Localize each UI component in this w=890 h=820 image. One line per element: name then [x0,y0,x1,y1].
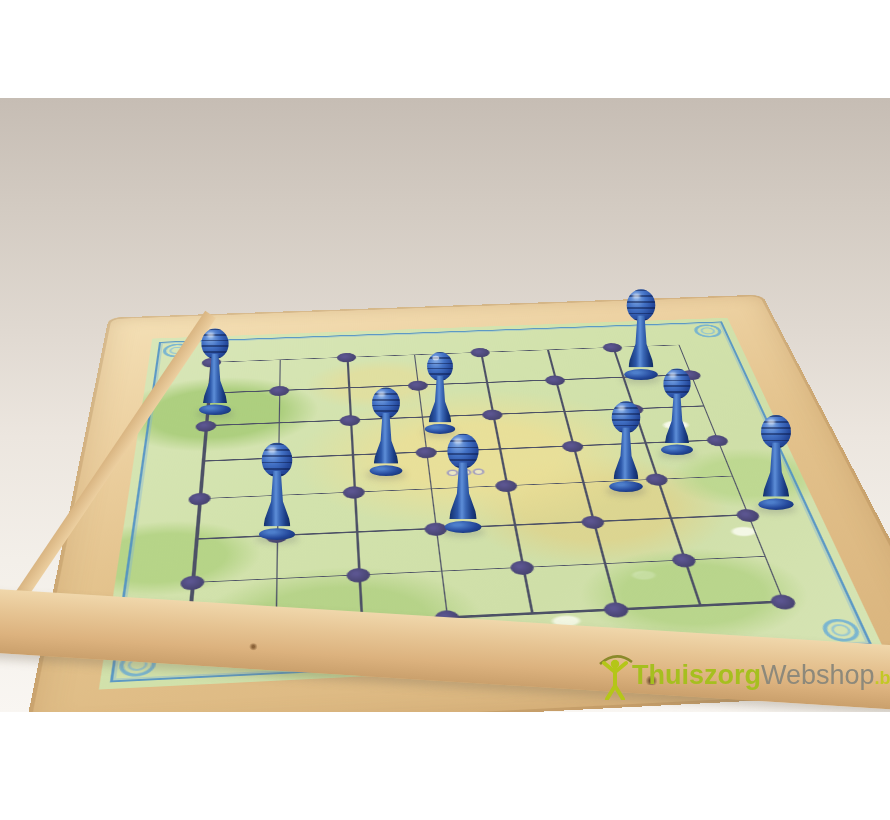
pawn-base [624,369,658,380]
intersection-dot [337,353,357,363]
blue-pawn-d2 [445,434,482,533]
pawn-body [203,353,227,403]
pawn-body [264,471,291,527]
blue-pawn-f8 [624,289,658,380]
white-border-top [0,0,890,98]
watermark-brand-secondary: Webshop [761,660,875,690]
intersection-dot [602,343,624,353]
thuiszorg-logo-icon [598,648,634,700]
pawn-body [665,393,689,443]
blue-pawn-a7 [199,329,231,415]
corner-emblem-icon [692,324,724,338]
intersection-dot [671,553,698,568]
intersection-dot [544,375,566,386]
intersection-dot [705,434,730,446]
blue-pawn-h4 [758,415,793,510]
watermark-brand-tld: .be [875,668,890,688]
intersection-dot [470,348,491,358]
pawn-base [609,481,643,492]
intersection-dot [768,594,798,610]
intersection-dot [188,493,211,506]
blue-pawn-b2 [259,443,295,540]
blue-pawn-f4 [609,401,643,492]
watermark-text: ThuiszorgWebshop.be [632,660,890,691]
pawn-base [259,528,295,540]
intersection-dot [269,385,289,396]
blue-pawn-g5 [661,369,693,455]
pawn-body [763,442,789,497]
pawn-base [425,424,455,434]
intersection-dot [340,415,361,427]
pawn-base [661,445,693,455]
intersection-dot [180,576,205,591]
intersection-dot [343,486,365,499]
intersection-dot [482,409,504,420]
pawn-base [758,499,793,510]
intersection-dot [602,602,630,618]
intersection-dot [415,446,437,458]
watermark-brand-primary: Thuiszorg [632,660,761,690]
intersection-dot [580,515,606,529]
pawn-body [374,413,399,464]
watermark: ThuiszorgWebshop.be [598,648,888,708]
pawn-body [613,427,638,479]
pawn-body [449,462,477,519]
intersection-dot [195,421,216,433]
pawn-body [429,375,452,422]
pawn-base [445,521,482,533]
pawn-base [199,405,231,415]
blue-pawn-d4 [370,387,403,476]
intersection-dot [347,568,371,583]
intersection-dot [561,440,585,452]
product-photo: ThuiszorgWebshop.be [0,0,890,820]
intersection-dot [495,480,519,493]
intersection-dot [645,473,670,486]
corner-emblem-icon [819,618,864,642]
white-border-bottom [0,712,890,820]
intersection-dot [510,561,536,576]
pawn-body [628,315,653,367]
pawn-base [370,465,403,476]
blue-pawn-e5 [425,352,455,434]
